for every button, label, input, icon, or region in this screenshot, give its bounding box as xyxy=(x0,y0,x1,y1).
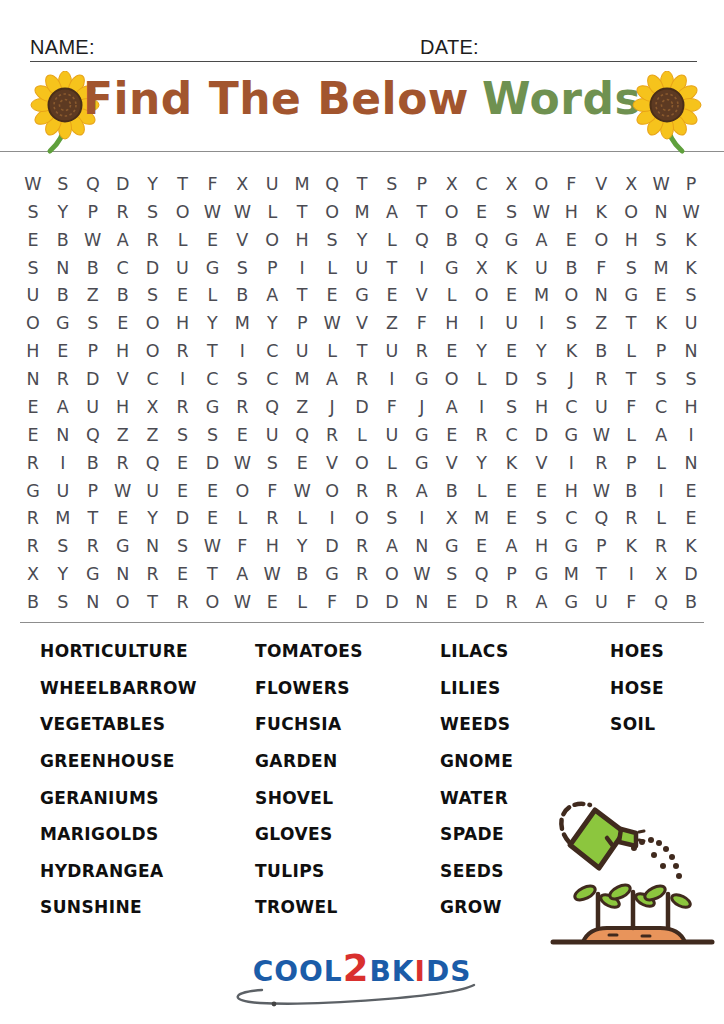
grid-cell-r2c19[interactable]: H xyxy=(556,198,586,226)
grid-cell-r4c21[interactable]: S xyxy=(616,254,646,282)
grid-cell-r9c12[interactable]: D xyxy=(347,393,377,421)
grid-cell-r8c5[interactable]: C xyxy=(138,365,168,393)
grid-cell-r3c18[interactable]: A xyxy=(527,226,557,254)
grid-cell-r13c3[interactable]: T xyxy=(78,505,108,533)
grid-cell-r1c3[interactable]: Q xyxy=(78,170,108,198)
grid-cell-r5c15[interactable]: L xyxy=(437,282,467,310)
grid-cell-r9c2[interactable]: A xyxy=(48,393,78,421)
grid-cell-r9c7[interactable]: G xyxy=(197,393,227,421)
grid-cell-r3c3[interactable]: W xyxy=(78,226,108,254)
grid-cell-r11c23[interactable]: N xyxy=(676,449,706,477)
grid-cell-r6c10[interactable]: P xyxy=(287,309,317,337)
grid-cell-r4c12[interactable]: U xyxy=(347,254,377,282)
grid-cell-r2c9[interactable]: L xyxy=(257,198,287,226)
grid-cell-r15c6[interactable]: E xyxy=(168,560,198,588)
grid-cell-r2c7[interactable]: W xyxy=(197,198,227,226)
grid-cell-r5c10[interactable]: T xyxy=(287,282,317,310)
grid-cell-r13c6[interactable]: D xyxy=(168,505,198,533)
grid-cell-r4c1[interactable]: S xyxy=(18,254,48,282)
grid-cell-r7c8[interactable]: I xyxy=(227,337,257,365)
grid-cell-r2c15[interactable]: O xyxy=(437,198,467,226)
grid-cell-r6c20[interactable]: Z xyxy=(586,309,616,337)
grid-cell-r9c18[interactable]: H xyxy=(527,393,557,421)
grid-cell-r4c3[interactable]: B xyxy=(78,254,108,282)
grid-cell-r11c18[interactable]: V xyxy=(527,449,557,477)
grid-cell-r12c14[interactable]: A xyxy=(407,477,437,505)
grid-cell-r5c6[interactable]: E xyxy=(168,282,198,310)
grid-cell-r15c18[interactable]: G xyxy=(527,560,557,588)
grid-cell-r13c19[interactable]: C xyxy=(556,505,586,533)
grid-cell-r12c13[interactable]: R xyxy=(377,477,407,505)
grid-cell-r7c19[interactable]: K xyxy=(556,337,586,365)
grid-cell-r12c17[interactable]: E xyxy=(497,477,527,505)
grid-cell-r6c21[interactable]: T xyxy=(616,309,646,337)
grid-cell-r10c22[interactable]: A xyxy=(646,421,676,449)
grid-cell-r9c4[interactable]: H xyxy=(108,393,138,421)
grid-cell-r12c16[interactable]: L xyxy=(467,477,497,505)
grid-cell-r5c12[interactable]: G xyxy=(347,282,377,310)
grid-cell-r8c16[interactable]: L xyxy=(467,365,497,393)
grid-cell-r14c7[interactable]: W xyxy=(197,532,227,560)
grid-cell-r16c9[interactable]: E xyxy=(257,588,287,616)
grid-cell-r7c4[interactable]: H xyxy=(108,337,138,365)
grid-cell-r9c11[interactable]: J xyxy=(317,393,347,421)
grid-cell-r16c13[interactable]: D xyxy=(377,588,407,616)
grid-cell-r6c23[interactable]: U xyxy=(676,309,706,337)
grid-cell-r16c16[interactable]: D xyxy=(467,588,497,616)
grid-cell-r6c6[interactable]: H xyxy=(168,309,198,337)
grid-cell-r12c21[interactable]: B xyxy=(616,477,646,505)
grid-cell-r5c17[interactable]: E xyxy=(497,282,527,310)
grid-cell-r5c18[interactable]: M xyxy=(527,282,557,310)
grid-cell-r10c10[interactable]: Q xyxy=(287,421,317,449)
grid-cell-r4c2[interactable]: N xyxy=(48,254,78,282)
grid-cell-r11c4[interactable]: R xyxy=(108,449,138,477)
grid-cell-r11c21[interactable]: P xyxy=(616,449,646,477)
grid-cell-r2c2[interactable]: Y xyxy=(48,198,78,226)
grid-cell-r8c4[interactable]: V xyxy=(108,365,138,393)
grid-cell-r11c1[interactable]: R xyxy=(18,449,48,477)
grid-cell-r5c5[interactable]: S xyxy=(138,282,168,310)
grid-cell-r15c13[interactable]: O xyxy=(377,560,407,588)
grid-cell-r13c21[interactable]: R xyxy=(616,505,646,533)
grid-cell-r16c6[interactable]: R xyxy=(168,588,198,616)
grid-cell-r8c20[interactable]: R xyxy=(586,365,616,393)
grid-cell-r3c5[interactable]: R xyxy=(138,226,168,254)
grid-cell-r1c11[interactable]: Q xyxy=(317,170,347,198)
grid-cell-r15c12[interactable]: R xyxy=(347,560,377,588)
grid-cell-r7c6[interactable]: R xyxy=(168,337,198,365)
grid-cell-r10c13[interactable]: U xyxy=(377,421,407,449)
grid-cell-r14c17[interactable]: A xyxy=(497,532,527,560)
grid-cell-r8c7[interactable]: C xyxy=(197,365,227,393)
grid-cell-r6c18[interactable]: I xyxy=(527,309,557,337)
grid-cell-r4c9[interactable]: P xyxy=(257,254,287,282)
grid-cell-r7c23[interactable]: N xyxy=(676,337,706,365)
grid-cell-r12c20[interactable]: W xyxy=(586,477,616,505)
grid-cell-r15c1[interactable]: X xyxy=(18,560,48,588)
grid-cell-r7c20[interactable]: B xyxy=(586,337,616,365)
grid-cell-r8c12[interactable]: R xyxy=(347,365,377,393)
grid-cell-r12c9[interactable]: F xyxy=(257,477,287,505)
grid-cell-r7c5[interactable]: O xyxy=(138,337,168,365)
grid-cell-r12c8[interactable]: O xyxy=(227,477,257,505)
grid-cell-r16c19[interactable]: G xyxy=(556,588,586,616)
grid-cell-r13c10[interactable]: L xyxy=(287,505,317,533)
grid-cell-r13c4[interactable]: E xyxy=(108,505,138,533)
grid-cell-r15c5[interactable]: R xyxy=(138,560,168,588)
grid-cell-r12c7[interactable]: E xyxy=(197,477,227,505)
grid-cell-r6c17[interactable]: U xyxy=(497,309,527,337)
grid-cell-r16c11[interactable]: F xyxy=(317,588,347,616)
grid-cell-r9c9[interactable]: Q xyxy=(257,393,287,421)
grid-cell-r15c11[interactable]: G xyxy=(317,560,347,588)
grid-cell-r7c7[interactable]: T xyxy=(197,337,227,365)
grid-cell-r1c20[interactable]: V xyxy=(586,170,616,198)
grid-cell-r6c19[interactable]: S xyxy=(556,309,586,337)
grid-cell-r4c15[interactable]: G xyxy=(437,254,467,282)
grid-cell-r11c5[interactable]: Q xyxy=(138,449,168,477)
grid-cell-r1c4[interactable]: D xyxy=(108,170,138,198)
grid-cell-r13c18[interactable]: S xyxy=(527,505,557,533)
grid-cell-r14c20[interactable]: P xyxy=(586,532,616,560)
grid-cell-r7c13[interactable]: U xyxy=(377,337,407,365)
grid-cell-r2c22[interactable]: N xyxy=(646,198,676,226)
grid-cell-r9c15[interactable]: A xyxy=(437,393,467,421)
grid-cell-r16c23[interactable]: B xyxy=(676,588,706,616)
grid-cell-r2c14[interactable]: T xyxy=(407,198,437,226)
grid-cell-r5c2[interactable]: B xyxy=(48,282,78,310)
grid-cell-r4c6[interactable]: U xyxy=(168,254,198,282)
grid-cell-r12c1[interactable]: G xyxy=(18,477,48,505)
grid-cell-r12c2[interactable]: U xyxy=(48,477,78,505)
grid-cell-r7c3[interactable]: P xyxy=(78,337,108,365)
grid-cell-r15c7[interactable]: T xyxy=(197,560,227,588)
grid-cell-r7c17[interactable]: E xyxy=(497,337,527,365)
grid-cell-r4c4[interactable]: C xyxy=(108,254,138,282)
grid-cell-r4c5[interactable]: D xyxy=(138,254,168,282)
grid-cell-r12c18[interactable]: E xyxy=(527,477,557,505)
grid-cell-r10c8[interactable]: E xyxy=(227,421,257,449)
grid-cell-r3c22[interactable]: S xyxy=(646,226,676,254)
grid-cell-r3c13[interactable]: L xyxy=(377,226,407,254)
grid-cell-r13c17[interactable]: E xyxy=(497,505,527,533)
grid-cell-r12c22[interactable]: I xyxy=(646,477,676,505)
grid-cell-r11c17[interactable]: K xyxy=(497,449,527,477)
grid-cell-r7c10[interactable]: U xyxy=(287,337,317,365)
grid-cell-r1c15[interactable]: X xyxy=(437,170,467,198)
grid-cell-r5c22[interactable]: E xyxy=(646,282,676,310)
grid-cell-r2c20[interactable]: K xyxy=(586,198,616,226)
grid-cell-r2c5[interactable]: S xyxy=(138,198,168,226)
grid-cell-r15c16[interactable]: Q xyxy=(467,560,497,588)
grid-cell-r2c23[interactable]: W xyxy=(676,198,706,226)
grid-cell-r11c2[interactable]: I xyxy=(48,449,78,477)
grid-cell-r4c11[interactable]: L xyxy=(317,254,347,282)
grid-cell-r14c10[interactable]: Y xyxy=(287,532,317,560)
grid-cell-r13c1[interactable]: R xyxy=(18,505,48,533)
grid-cell-r1c5[interactable]: Y xyxy=(138,170,168,198)
grid-cell-r6c11[interactable]: W xyxy=(317,309,347,337)
grid-cell-r8c3[interactable]: D xyxy=(78,365,108,393)
grid-cell-r13c2[interactable]: M xyxy=(48,505,78,533)
grid-cell-r4c16[interactable]: X xyxy=(467,254,497,282)
grid-cell-r8c13[interactable]: I xyxy=(377,365,407,393)
grid-cell-r15c10[interactable]: B xyxy=(287,560,317,588)
grid-cell-r2c12[interactable]: M xyxy=(347,198,377,226)
grid-cell-r15c8[interactable]: A xyxy=(227,560,257,588)
grid-cell-r2c3[interactable]: P xyxy=(78,198,108,226)
grid-cell-r1c6[interactable]: T xyxy=(168,170,198,198)
grid-cell-r12c15[interactable]: B xyxy=(437,477,467,505)
grid-cell-r8c6[interactable]: I xyxy=(168,365,198,393)
grid-cell-r5c19[interactable]: O xyxy=(556,282,586,310)
grid-cell-r11c10[interactable]: E xyxy=(287,449,317,477)
grid-cell-r12c6[interactable]: E xyxy=(168,477,198,505)
grid-cell-r1c14[interactable]: P xyxy=(407,170,437,198)
grid-cell-r1c10[interactable]: M xyxy=(287,170,317,198)
grid-cell-r3c8[interactable]: V xyxy=(227,226,257,254)
grid-cell-r10c5[interactable]: Z xyxy=(138,421,168,449)
grid-cell-r7c18[interactable]: Y xyxy=(527,337,557,365)
grid-cell-r1c16[interactable]: C xyxy=(467,170,497,198)
grid-cell-r4c10[interactable]: I xyxy=(287,254,317,282)
grid-cell-r8c15[interactable]: O xyxy=(437,365,467,393)
grid-cell-r12c4[interactable]: W xyxy=(108,477,138,505)
grid-cell-r1c22[interactable]: W xyxy=(646,170,676,198)
grid-cell-r8c8[interactable]: S xyxy=(227,365,257,393)
grid-cell-r12c10[interactable]: W xyxy=(287,477,317,505)
grid-cell-r1c19[interactable]: F xyxy=(556,170,586,198)
grid-cell-r5c20[interactable]: N xyxy=(586,282,616,310)
grid-cell-r6c7[interactable]: Y xyxy=(197,309,227,337)
grid-cell-r5c8[interactable]: B xyxy=(227,282,257,310)
grid-cell-r7c22[interactable]: P xyxy=(646,337,676,365)
grid-cell-r11c11[interactable]: V xyxy=(317,449,347,477)
grid-cell-r10c6[interactable]: S xyxy=(168,421,198,449)
grid-cell-r15c20[interactable]: T xyxy=(586,560,616,588)
grid-cell-r1c17[interactable]: X xyxy=(497,170,527,198)
grid-cell-r10c3[interactable]: Q xyxy=(78,421,108,449)
grid-cell-r1c23[interactable]: P xyxy=(676,170,706,198)
grid-cell-r14c4[interactable]: G xyxy=(108,532,138,560)
grid-cell-r5c3[interactable]: Z xyxy=(78,282,108,310)
grid-cell-r1c9[interactable]: U xyxy=(257,170,287,198)
grid-cell-r16c2[interactable]: S xyxy=(48,588,78,616)
grid-cell-r16c15[interactable]: E xyxy=(437,588,467,616)
grid-cell-r14c1[interactable]: R xyxy=(18,532,48,560)
grid-cell-r9c21[interactable]: F xyxy=(616,393,646,421)
grid-cell-r3c15[interactable]: B xyxy=(437,226,467,254)
grid-cell-r3c12[interactable]: Y xyxy=(347,226,377,254)
grid-cell-r11c16[interactable]: Y xyxy=(467,449,497,477)
grid-cell-r6c13[interactable]: Z xyxy=(377,309,407,337)
grid-cell-r15c4[interactable]: N xyxy=(108,560,138,588)
grid-cell-r9c23[interactable]: H xyxy=(676,393,706,421)
grid-cell-r7c15[interactable]: E xyxy=(437,337,467,365)
grid-cell-r1c13[interactable]: S xyxy=(377,170,407,198)
grid-cell-r16c18[interactable]: A xyxy=(527,588,557,616)
grid-cell-r6c4[interactable]: E xyxy=(108,309,138,337)
grid-cell-r7c14[interactable]: R xyxy=(407,337,437,365)
grid-cell-r3c14[interactable]: Q xyxy=(407,226,437,254)
grid-cell-r6c22[interactable]: K xyxy=(646,309,676,337)
grid-cell-r5c21[interactable]: G xyxy=(616,282,646,310)
grid-cell-r7c2[interactable]: E xyxy=(48,337,78,365)
grid-cell-r11c20[interactable]: R xyxy=(586,449,616,477)
grid-cell-r2c10[interactable]: T xyxy=(287,198,317,226)
grid-cell-r14c5[interactable]: N xyxy=(138,532,168,560)
grid-cell-r2c13[interactable]: A xyxy=(377,198,407,226)
grid-cell-r10c11[interactable]: R xyxy=(317,421,347,449)
grid-cell-r15c3[interactable]: G xyxy=(78,560,108,588)
grid-cell-r1c7[interactable]: F xyxy=(197,170,227,198)
grid-cell-r3c19[interactable]: E xyxy=(556,226,586,254)
grid-cell-r10c4[interactable]: Z xyxy=(108,421,138,449)
grid-cell-r15c19[interactable]: M xyxy=(556,560,586,588)
grid-cell-r2c21[interactable]: O xyxy=(616,198,646,226)
grid-cell-r13c11[interactable]: I xyxy=(317,505,347,533)
grid-cell-r4c20[interactable]: F xyxy=(586,254,616,282)
grid-cell-r13c14[interactable]: I xyxy=(407,505,437,533)
grid-cell-r15c15[interactable]: S xyxy=(437,560,467,588)
grid-cell-r10c20[interactable]: W xyxy=(586,421,616,449)
grid-cell-r3c16[interactable]: Q xyxy=(467,226,497,254)
grid-cell-r16c4[interactable]: O xyxy=(108,588,138,616)
grid-cell-r6c2[interactable]: G xyxy=(48,309,78,337)
grid-cell-r14c13[interactable]: A xyxy=(377,532,407,560)
grid-cell-r11c7[interactable]: D xyxy=(197,449,227,477)
grid-cell-r16c22[interactable]: Q xyxy=(646,588,676,616)
grid-cell-r1c2[interactable]: S xyxy=(48,170,78,198)
grid-cell-r4c17[interactable]: K xyxy=(497,254,527,282)
grid-cell-r5c11[interactable]: E xyxy=(317,282,347,310)
grid-cell-r8c18[interactable]: S xyxy=(527,365,557,393)
grid-cell-r5c16[interactable]: O xyxy=(467,282,497,310)
grid-cell-r11c12[interactable]: O xyxy=(347,449,377,477)
grid-cell-r16c3[interactable]: N xyxy=(78,588,108,616)
grid-cell-r6c12[interactable]: V xyxy=(347,309,377,337)
grid-cell-r6c16[interactable]: I xyxy=(467,309,497,337)
grid-cell-r4c19[interactable]: B xyxy=(556,254,586,282)
grid-cell-r2c4[interactable]: R xyxy=(108,198,138,226)
grid-cell-r13c8[interactable]: L xyxy=(227,505,257,533)
grid-cell-r16c17[interactable]: R xyxy=(497,588,527,616)
grid-cell-r9c16[interactable]: I xyxy=(467,393,497,421)
grid-cell-r13c13[interactable]: S xyxy=(377,505,407,533)
grid-cell-r15c22[interactable]: X xyxy=(646,560,676,588)
grid-cell-r14c22[interactable]: R xyxy=(646,532,676,560)
grid-cell-r14c11[interactable]: D xyxy=(317,532,347,560)
grid-cell-r16c7[interactable]: O xyxy=(197,588,227,616)
grid-cell-r3c6[interactable]: L xyxy=(168,226,198,254)
grid-cell-r1c18[interactable]: O xyxy=(527,170,557,198)
grid-cell-r3c4[interactable]: A xyxy=(108,226,138,254)
grid-cell-r6c8[interactable]: M xyxy=(227,309,257,337)
grid-cell-r2c18[interactable]: W xyxy=(527,198,557,226)
grid-cell-r10c23[interactable]: I xyxy=(676,421,706,449)
grid-cell-r12c5[interactable]: U xyxy=(138,477,168,505)
grid-cell-r15c2[interactable]: Y xyxy=(48,560,78,588)
grid-cell-r9c3[interactable]: U xyxy=(78,393,108,421)
grid-cell-r8c11[interactable]: A xyxy=(317,365,347,393)
grid-cell-r10c14[interactable]: G xyxy=(407,421,437,449)
grid-cell-r5c13[interactable]: E xyxy=(377,282,407,310)
grid-cell-r14c2[interactable]: S xyxy=(48,532,78,560)
grid-cell-r9c1[interactable]: E xyxy=(18,393,48,421)
grid-cell-r4c14[interactable]: I xyxy=(407,254,437,282)
grid-cell-r3c10[interactable]: H xyxy=(287,226,317,254)
grid-cell-r8c22[interactable]: S xyxy=(646,365,676,393)
grid-cell-r3c23[interactable]: K xyxy=(676,226,706,254)
grid-cell-r14c3[interactable]: R xyxy=(78,532,108,560)
grid-cell-r16c8[interactable]: W xyxy=(227,588,257,616)
grid-cell-r12c19[interactable]: H xyxy=(556,477,586,505)
grid-cell-r16c5[interactable]: T xyxy=(138,588,168,616)
grid-cell-r10c18[interactable]: D xyxy=(527,421,557,449)
grid-cell-r1c12[interactable]: T xyxy=(347,170,377,198)
grid-cell-r14c6[interactable]: S xyxy=(168,532,198,560)
grid-cell-r2c17[interactable]: S xyxy=(497,198,527,226)
grid-cell-r4c8[interactable]: S xyxy=(227,254,257,282)
grid-cell-r6c3[interactable]: S xyxy=(78,309,108,337)
grid-cell-r8c21[interactable]: T xyxy=(616,365,646,393)
grid-cell-r11c22[interactable]: L xyxy=(646,449,676,477)
grid-cell-r10c7[interactable]: S xyxy=(197,421,227,449)
grid-cell-r6c5[interactable]: O xyxy=(138,309,168,337)
grid-cell-r7c16[interactable]: Y xyxy=(467,337,497,365)
grid-cell-r15c9[interactable]: W xyxy=(257,560,287,588)
grid-cell-r7c9[interactable]: C xyxy=(257,337,287,365)
grid-cell-r3c9[interactable]: O xyxy=(257,226,287,254)
grid-cell-r9c5[interactable]: X xyxy=(138,393,168,421)
grid-cell-r9c20[interactable]: U xyxy=(586,393,616,421)
grid-cell-r14c8[interactable]: F xyxy=(227,532,257,560)
grid-cell-r11c14[interactable]: G xyxy=(407,449,437,477)
grid-cell-r16c10[interactable]: L xyxy=(287,588,317,616)
grid-cell-r4c18[interactable]: U xyxy=(527,254,557,282)
grid-cell-r8c2[interactable]: R xyxy=(48,365,78,393)
grid-cell-r5c7[interactable]: L xyxy=(197,282,227,310)
grid-cell-r11c15[interactable]: V xyxy=(437,449,467,477)
grid-cell-r8c19[interactable]: J xyxy=(556,365,586,393)
grid-cell-r2c6[interactable]: O xyxy=(168,198,198,226)
grid-cell-r9c8[interactable]: R xyxy=(227,393,257,421)
grid-cell-r5c14[interactable]: V xyxy=(407,282,437,310)
grid-cell-r16c14[interactable]: N xyxy=(407,588,437,616)
grid-cell-r9c13[interactable]: F xyxy=(377,393,407,421)
grid-cell-r14c19[interactable]: G xyxy=(556,532,586,560)
grid-cell-r16c1[interactable]: B xyxy=(18,588,48,616)
grid-cell-r13c5[interactable]: Y xyxy=(138,505,168,533)
grid-cell-r10c12[interactable]: L xyxy=(347,421,377,449)
grid-cell-r9c14[interactable]: J xyxy=(407,393,437,421)
grid-cell-r11c3[interactable]: B xyxy=(78,449,108,477)
grid-cell-r15c17[interactable]: P xyxy=(497,560,527,588)
grid-cell-r9c19[interactable]: C xyxy=(556,393,586,421)
grid-cell-r1c1[interactable]: W xyxy=(18,170,48,198)
grid-cell-r10c19[interactable]: G xyxy=(556,421,586,449)
grid-cell-r10c1[interactable]: E xyxy=(18,421,48,449)
grid-cell-r12c23[interactable]: E xyxy=(676,477,706,505)
grid-cell-r8c14[interactable]: G xyxy=(407,365,437,393)
grid-cell-r1c8[interactable]: X xyxy=(227,170,257,198)
grid-cell-r10c9[interactable]: U xyxy=(257,421,287,449)
grid-cell-r8c10[interactable]: M xyxy=(287,365,317,393)
grid-cell-r3c17[interactable]: G xyxy=(497,226,527,254)
grid-cell-r11c19[interactable]: I xyxy=(556,449,586,477)
grid-cell-r4c22[interactable]: M xyxy=(646,254,676,282)
